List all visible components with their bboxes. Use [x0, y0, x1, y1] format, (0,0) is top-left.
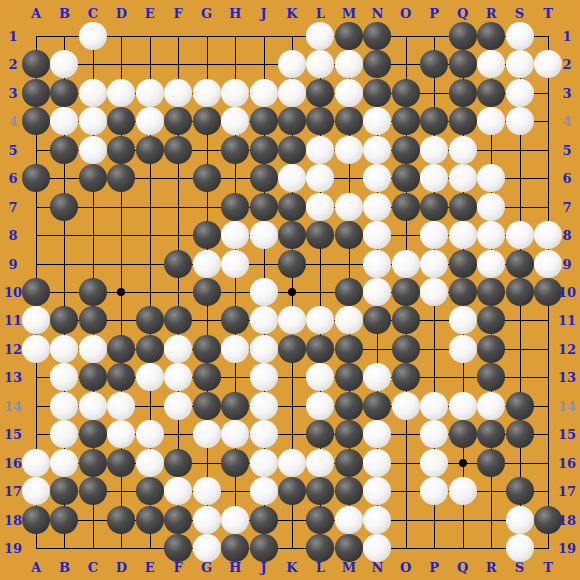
stone-white	[50, 392, 78, 420]
stone-black	[136, 136, 164, 164]
coord-label: T	[543, 7, 553, 20]
stone-black	[392, 335, 420, 363]
coord-label: R	[486, 7, 497, 20]
stone-white	[79, 107, 107, 135]
coord-label: D	[116, 7, 127, 20]
coord-label: A	[31, 561, 41, 574]
stone-white	[449, 164, 477, 192]
stone-black	[22, 278, 50, 306]
coord-label: T	[543, 561, 553, 574]
coord-label: 15	[4, 428, 22, 441]
coord-label: G	[201, 7, 212, 20]
stone-white	[506, 534, 534, 562]
stone-white	[363, 534, 391, 562]
stone-white	[534, 50, 562, 78]
stone-white	[164, 477, 192, 505]
stone-black	[392, 164, 420, 192]
stone-white	[392, 392, 420, 420]
stone-black	[193, 278, 221, 306]
coord-label: Q	[457, 7, 468, 20]
coord-label: S	[515, 7, 524, 20]
stone-white	[50, 363, 78, 391]
stone-white	[335, 506, 363, 534]
coord-label: 2	[562, 58, 571, 71]
stone-black	[79, 278, 107, 306]
stone-white	[221, 506, 249, 534]
stone-white	[506, 79, 534, 107]
stone-black	[363, 79, 391, 107]
stone-white	[477, 193, 505, 221]
stone-black	[22, 164, 50, 192]
stone-white	[22, 449, 50, 477]
coord-label: S	[515, 561, 524, 574]
stone-white	[506, 221, 534, 249]
stone-white	[164, 335, 192, 363]
stone-black	[392, 363, 420, 391]
stone-white	[306, 193, 334, 221]
stone-black	[221, 136, 249, 164]
stone-white	[50, 50, 78, 78]
stone-white	[221, 420, 249, 448]
stone-black	[392, 193, 420, 221]
stone-white	[278, 306, 306, 334]
coord-label: 15	[558, 428, 576, 441]
stone-white	[506, 107, 534, 135]
stone-black	[363, 306, 391, 334]
stone-white	[449, 306, 477, 334]
stone-white	[50, 335, 78, 363]
stone-white	[193, 506, 221, 534]
stone-black	[50, 477, 78, 505]
coord-label: 1	[8, 30, 17, 43]
stone-white	[363, 221, 391, 249]
stone-black	[79, 477, 107, 505]
coord-label: 2	[8, 58, 17, 71]
coord-label: 19	[4, 542, 22, 555]
stone-white	[278, 449, 306, 477]
coord-label: K	[286, 561, 297, 574]
stone-white	[449, 477, 477, 505]
stone-white	[306, 306, 334, 334]
stone-black	[363, 22, 391, 50]
stone-black	[107, 136, 135, 164]
coord-label: 4	[562, 115, 571, 128]
stone-white	[136, 79, 164, 107]
coord-label: 18	[4, 513, 22, 526]
stone-white	[392, 250, 420, 278]
stone-white	[363, 193, 391, 221]
coord-label: C	[88, 7, 98, 20]
coord-label: 16	[4, 456, 22, 469]
coord-label: J	[260, 561, 266, 574]
stone-black	[107, 449, 135, 477]
stone-black	[335, 392, 363, 420]
stone-black	[534, 506, 562, 534]
stone-white	[278, 50, 306, 78]
stone-black	[136, 506, 164, 534]
coord-label: 13	[558, 371, 576, 384]
coord-label: 19	[558, 542, 576, 555]
stone-white	[420, 278, 448, 306]
stone-white	[250, 306, 278, 334]
coord-label: D	[116, 561, 127, 574]
stone-black	[306, 506, 334, 534]
stone-black	[193, 335, 221, 363]
stone-black	[335, 278, 363, 306]
stone-black	[306, 107, 334, 135]
stone-white	[363, 164, 391, 192]
coord-label: 7	[562, 200, 571, 213]
stone-white	[107, 392, 135, 420]
stone-black	[449, 193, 477, 221]
stone-black	[335, 22, 363, 50]
stone-black	[306, 534, 334, 562]
stone-black	[278, 136, 306, 164]
stone-white	[420, 250, 448, 278]
stone-white	[278, 164, 306, 192]
stone-white	[420, 164, 448, 192]
stone-white	[306, 50, 334, 78]
stone-black	[250, 193, 278, 221]
stone-white	[193, 534, 221, 562]
stone-black	[477, 22, 505, 50]
coord-label: 6	[8, 172, 17, 185]
star-point	[459, 459, 467, 467]
stone-black	[250, 136, 278, 164]
stone-black	[22, 506, 50, 534]
stone-white	[335, 306, 363, 334]
stone-white	[420, 221, 448, 249]
stone-black	[363, 392, 391, 420]
stone-black	[335, 420, 363, 448]
stone-black	[477, 79, 505, 107]
stone-white	[22, 335, 50, 363]
star-point	[288, 288, 296, 296]
stone-black	[449, 250, 477, 278]
stone-black	[506, 477, 534, 505]
stone-black	[477, 278, 505, 306]
stone-white	[363, 420, 391, 448]
stone-black	[250, 506, 278, 534]
coord-label: N	[371, 561, 383, 574]
stone-white	[79, 22, 107, 50]
stone-black	[278, 221, 306, 249]
stone-white	[477, 250, 505, 278]
stone-white	[250, 477, 278, 505]
coord-label: H	[229, 561, 241, 574]
stone-white	[306, 164, 334, 192]
stone-white	[306, 136, 334, 164]
stone-white	[164, 79, 192, 107]
stone-black	[420, 50, 448, 78]
stone-white	[477, 107, 505, 135]
stone-white	[193, 79, 221, 107]
coord-label: 9	[562, 257, 571, 270]
coord-label: A	[31, 7, 41, 20]
stone-white	[221, 250, 249, 278]
stone-black	[363, 50, 391, 78]
coord-label: H	[229, 7, 241, 20]
stone-black	[164, 534, 192, 562]
coord-label: L	[316, 561, 325, 574]
stone-white	[250, 221, 278, 249]
stone-white	[363, 449, 391, 477]
coord-label: E	[145, 7, 155, 20]
stone-white	[306, 22, 334, 50]
stone-black	[164, 306, 192, 334]
stone-white	[335, 50, 363, 78]
stone-black	[22, 79, 50, 107]
stone-black	[449, 278, 477, 306]
stone-white	[449, 335, 477, 363]
stone-white	[50, 420, 78, 448]
stone-white	[335, 79, 363, 107]
coord-label: M	[342, 561, 356, 574]
stone-white	[477, 221, 505, 249]
coord-label: 13	[4, 371, 22, 384]
stone-black	[420, 107, 448, 135]
stone-black	[79, 449, 107, 477]
stone-white	[50, 107, 78, 135]
coord-label: 14	[558, 399, 576, 412]
coord-label: K	[286, 7, 297, 20]
stone-white	[363, 136, 391, 164]
stone-black	[335, 477, 363, 505]
coord-label: F	[174, 561, 183, 574]
coord-label: P	[429, 7, 439, 20]
coord-label: G	[201, 561, 212, 574]
stone-black	[164, 250, 192, 278]
coord-label: 17	[4, 485, 22, 498]
stone-black	[306, 221, 334, 249]
coord-label: R	[486, 561, 497, 574]
stone-white	[420, 392, 448, 420]
coord-label: L	[316, 7, 325, 20]
stone-black	[164, 506, 192, 534]
stone-white	[477, 164, 505, 192]
stone-black	[449, 50, 477, 78]
coord-label: 12	[558, 342, 576, 355]
stone-black	[278, 250, 306, 278]
stone-white	[335, 136, 363, 164]
stone-white	[136, 363, 164, 391]
stone-black	[50, 193, 78, 221]
stone-white	[420, 477, 448, 505]
stone-white	[449, 221, 477, 249]
coord-label: 16	[558, 456, 576, 469]
stone-black	[449, 107, 477, 135]
stone-black	[420, 193, 448, 221]
coord-label: P	[429, 561, 439, 574]
stone-black	[221, 449, 249, 477]
stone-black	[107, 107, 135, 135]
stone-white	[221, 107, 249, 135]
coord-label: 11	[4, 314, 22, 327]
stone-white	[306, 392, 334, 420]
coord-label: 1	[562, 30, 571, 43]
stone-white	[79, 136, 107, 164]
stone-black	[449, 22, 477, 50]
stone-black	[449, 420, 477, 448]
stone-black	[278, 107, 306, 135]
stone-white	[335, 193, 363, 221]
stone-black	[335, 449, 363, 477]
coord-label: B	[59, 561, 70, 574]
coord-label: E	[145, 561, 155, 574]
stone-white	[193, 477, 221, 505]
stone-black	[136, 477, 164, 505]
coord-label: O	[400, 7, 411, 20]
stone-white	[79, 392, 107, 420]
coord-label: 4	[8, 115, 17, 128]
coord-label: M	[342, 7, 356, 20]
stone-white	[506, 50, 534, 78]
stone-black	[335, 107, 363, 135]
stone-black	[79, 363, 107, 391]
stone-white	[477, 50, 505, 78]
stone-white	[250, 335, 278, 363]
stone-white	[164, 392, 192, 420]
stone-black	[193, 107, 221, 135]
stone-black	[22, 50, 50, 78]
stone-black	[250, 534, 278, 562]
stone-white	[534, 221, 562, 249]
stone-black	[506, 278, 534, 306]
stone-white	[193, 250, 221, 278]
coord-label: 3	[562, 86, 571, 99]
stone-black	[506, 250, 534, 278]
stone-black	[506, 392, 534, 420]
stone-white	[449, 136, 477, 164]
stone-white	[306, 449, 334, 477]
stone-black	[306, 477, 334, 505]
stone-black	[50, 79, 78, 107]
stone-black	[306, 420, 334, 448]
stone-white	[506, 506, 534, 534]
coord-label: Q	[457, 561, 468, 574]
stone-black	[335, 221, 363, 249]
stone-black	[193, 164, 221, 192]
stone-white	[164, 363, 192, 391]
stone-black	[50, 506, 78, 534]
stone-white	[250, 363, 278, 391]
stone-black	[164, 449, 192, 477]
stone-white	[221, 335, 249, 363]
stone-white	[477, 392, 505, 420]
coord-label: C	[88, 561, 98, 574]
coord-label: 14	[4, 399, 22, 412]
stone-white	[79, 335, 107, 363]
stone-white	[506, 22, 534, 50]
stone-white	[363, 250, 391, 278]
stone-black	[477, 335, 505, 363]
stone-white	[278, 79, 306, 107]
stone-black	[392, 278, 420, 306]
coord-label: 5	[562, 143, 571, 156]
stone-white	[136, 420, 164, 448]
stone-black	[477, 363, 505, 391]
stone-white	[250, 420, 278, 448]
stone-white	[363, 477, 391, 505]
stone-white	[22, 306, 50, 334]
coord-label: 5	[8, 143, 17, 156]
star-point	[117, 288, 125, 296]
coord-label: 7	[8, 200, 17, 213]
stone-black	[477, 420, 505, 448]
stone-white	[449, 392, 477, 420]
stone-black	[278, 477, 306, 505]
stone-black	[221, 534, 249, 562]
stone-black	[107, 506, 135, 534]
stone-white	[107, 420, 135, 448]
stone-black	[221, 306, 249, 334]
coord-label: 9	[8, 257, 17, 270]
stone-white	[221, 221, 249, 249]
stone-black	[107, 363, 135, 391]
stone-black	[250, 107, 278, 135]
stone-white	[363, 363, 391, 391]
coord-label: 11	[558, 314, 576, 327]
stone-white	[420, 136, 448, 164]
stone-black	[50, 136, 78, 164]
stone-white	[221, 79, 249, 107]
coord-label: N	[371, 7, 383, 20]
coord-label: B	[59, 7, 70, 20]
stone-black	[79, 420, 107, 448]
stone-white	[250, 278, 278, 306]
stone-black	[250, 164, 278, 192]
stone-black	[335, 363, 363, 391]
stone-black	[136, 335, 164, 363]
stone-white	[363, 278, 391, 306]
stone-black	[79, 306, 107, 334]
stone-black	[164, 107, 192, 135]
stone-white	[534, 250, 562, 278]
stone-white	[107, 79, 135, 107]
stone-black	[193, 363, 221, 391]
stone-black	[506, 420, 534, 448]
stone-black	[107, 335, 135, 363]
stone-white	[79, 79, 107, 107]
stone-black	[449, 79, 477, 107]
stone-white	[250, 392, 278, 420]
coord-label: 17	[558, 485, 576, 498]
stone-white	[363, 506, 391, 534]
stone-white	[420, 449, 448, 477]
go-board: AABBCCDDEEFFGGHHJJKKLLMMNNOOPPQQRRSSTT11…	[0, 0, 580, 580]
coord-label: 12	[4, 342, 22, 355]
coord-label: 6	[562, 172, 571, 185]
stone-black	[477, 306, 505, 334]
stone-black	[392, 107, 420, 135]
stone-black	[306, 79, 334, 107]
stone-black	[278, 335, 306, 363]
stone-black	[193, 221, 221, 249]
stone-black	[477, 449, 505, 477]
stone-black	[136, 306, 164, 334]
stone-black	[306, 335, 334, 363]
coord-label: O	[400, 561, 411, 574]
coord-label: 10	[4, 286, 22, 299]
stone-black	[107, 164, 135, 192]
stone-black	[335, 534, 363, 562]
stone-black	[164, 136, 192, 164]
stone-white	[22, 477, 50, 505]
stone-white	[136, 449, 164, 477]
stone-black	[50, 306, 78, 334]
stone-black	[534, 278, 562, 306]
stone-white	[420, 420, 448, 448]
